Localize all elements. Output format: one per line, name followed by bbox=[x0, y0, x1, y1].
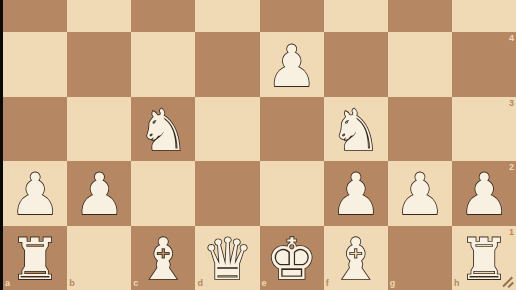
rank-label-2: 2 bbox=[509, 163, 514, 172]
square-e2[interactable] bbox=[260, 161, 324, 225]
square-g2[interactable]: ♟ bbox=[388, 161, 452, 225]
square-e4[interactable]: ♟ bbox=[260, 32, 324, 96]
chessboard[interactable]: ♟4♞♞3♟♟♟♟2♟a♜bc♝d♛e♚f♝gh1♜ bbox=[3, 0, 516, 290]
white-bishop[interactable]: ♝ bbox=[330, 227, 381, 290]
square-b2[interactable]: ♟ bbox=[67, 161, 131, 225]
white-king[interactable]: ♚ bbox=[266, 227, 317, 290]
white-pawn[interactable]: ♟ bbox=[10, 162, 61, 226]
white-pawn[interactable]: ♟ bbox=[458, 162, 509, 226]
resize-handle-line bbox=[507, 282, 513, 288]
square-g3[interactable] bbox=[388, 97, 452, 161]
square-f2[interactable]: ♟ bbox=[324, 161, 388, 225]
board-resize-handle[interactable] bbox=[501, 275, 515, 289]
square-d5[interactable] bbox=[195, 0, 259, 32]
square-a5[interactable] bbox=[3, 0, 67, 32]
square-h4[interactable]: 4 bbox=[452, 32, 516, 96]
square-h3[interactable]: 3 bbox=[452, 97, 516, 161]
square-c4[interactable] bbox=[131, 32, 195, 96]
file-label-b: b bbox=[69, 279, 75, 288]
square-g4[interactable] bbox=[388, 32, 452, 96]
square-c3[interactable]: ♞ bbox=[131, 97, 195, 161]
square-b3[interactable] bbox=[67, 97, 131, 161]
white-knight[interactable]: ♞ bbox=[138, 98, 189, 162]
white-pawn[interactable]: ♟ bbox=[266, 34, 317, 98]
white-pawn[interactable]: ♟ bbox=[394, 162, 445, 226]
square-d3[interactable] bbox=[195, 97, 259, 161]
square-a4[interactable] bbox=[3, 32, 67, 96]
rank-label-4: 4 bbox=[509, 34, 514, 43]
white-knight[interactable]: ♞ bbox=[330, 98, 381, 162]
white-queen[interactable]: ♛ bbox=[202, 227, 253, 290]
square-e1[interactable]: e♚ bbox=[260, 226, 324, 290]
square-h2[interactable]: 2♟ bbox=[452, 161, 516, 225]
white-pawn[interactable]: ♟ bbox=[330, 162, 381, 226]
square-c5[interactable] bbox=[131, 0, 195, 32]
square-c1[interactable]: c♝ bbox=[131, 226, 195, 290]
square-d1[interactable]: d♛ bbox=[195, 226, 259, 290]
square-d2[interactable] bbox=[195, 161, 259, 225]
white-rook[interactable]: ♜ bbox=[10, 227, 61, 290]
white-bishop[interactable]: ♝ bbox=[138, 227, 189, 290]
square-b5[interactable] bbox=[67, 0, 131, 32]
square-b4[interactable] bbox=[67, 32, 131, 96]
square-b1[interactable]: b bbox=[67, 226, 131, 290]
square-g5[interactable] bbox=[388, 0, 452, 32]
file-label-f: f bbox=[326, 279, 329, 288]
square-f3[interactable]: ♞ bbox=[324, 97, 388, 161]
square-a2[interactable]: ♟ bbox=[3, 161, 67, 225]
square-a3[interactable] bbox=[3, 97, 67, 161]
square-d4[interactable] bbox=[195, 32, 259, 96]
square-e5[interactable] bbox=[260, 0, 324, 32]
white-pawn[interactable]: ♟ bbox=[74, 162, 125, 226]
square-a1[interactable]: a♜ bbox=[3, 226, 67, 290]
square-f4[interactable] bbox=[324, 32, 388, 96]
square-h5[interactable] bbox=[452, 0, 516, 32]
square-g1[interactable]: g bbox=[388, 226, 452, 290]
chessboard-screenshot: ♟4♞♞3♟♟♟♟2♟a♜bc♝d♛e♚f♝gh1♜ bbox=[0, 0, 516, 290]
file-label-g: g bbox=[390, 279, 396, 288]
rank-label-1: 1 bbox=[509, 228, 514, 237]
square-f1[interactable]: f♝ bbox=[324, 226, 388, 290]
rank-label-3: 3 bbox=[509, 99, 514, 108]
square-f5[interactable] bbox=[324, 0, 388, 32]
square-e3[interactable] bbox=[260, 97, 324, 161]
square-c2[interactable] bbox=[131, 161, 195, 225]
